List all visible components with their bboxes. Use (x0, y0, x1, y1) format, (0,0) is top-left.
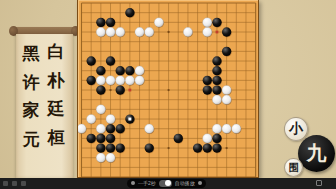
white-stone (96, 76, 105, 85)
black-stone (106, 18, 115, 27)
white-stone (96, 105, 105, 114)
player-char: 元 (23, 126, 40, 155)
black-stone (203, 76, 212, 85)
black-stone (116, 143, 125, 152)
player-char: 黑 (23, 40, 40, 69)
white-stone (145, 27, 154, 36)
black-stone (96, 134, 105, 143)
black-stone (212, 85, 221, 94)
black-stone (87, 76, 96, 85)
logo-char-xiao: 小 (289, 120, 303, 138)
speed-label: 一手2秒 (138, 180, 156, 186)
white-stone (87, 114, 96, 123)
black-stone (203, 143, 212, 152)
black-stone (145, 143, 154, 152)
player-char: 廷 (48, 95, 65, 124)
logo-char-nine: 九 (307, 140, 327, 167)
last-move-marker (128, 118, 131, 121)
logo-char-wei: 围 (289, 161, 299, 175)
black-stone (212, 66, 221, 75)
black-stone (212, 18, 221, 27)
player-char: 桓 (48, 124, 65, 153)
black-stone (222, 27, 231, 36)
black-stone (96, 85, 105, 94)
black-stone (116, 85, 125, 94)
white-stone (222, 95, 231, 104)
app-window: 白朴廷桓 黑许家元 九 小 围 一手2秒 (0, 0, 336, 189)
white-stone (106, 114, 115, 123)
menu-icon[interactable] (3, 181, 8, 186)
white-stone (125, 76, 134, 85)
autoplay-toggle[interactable] (159, 180, 172, 187)
black-stone (96, 18, 105, 27)
player-char: 白 (48, 38, 65, 67)
white-stone (96, 153, 105, 162)
black-stone (193, 143, 202, 152)
white-stone (203, 134, 212, 143)
white-stone (203, 18, 212, 27)
player-char: 家 (23, 97, 40, 126)
go-board[interactable] (77, 0, 259, 178)
toolbar-left-icons[interactable] (3, 181, 26, 186)
black-stone (106, 56, 115, 65)
white-stone (116, 27, 125, 36)
white-stone (145, 124, 154, 133)
black-stone (203, 85, 212, 94)
black-stone (116, 124, 125, 133)
fullscreen-icon[interactable] (316, 180, 322, 186)
black-stone (116, 66, 125, 75)
black-stone (106, 124, 115, 133)
logo-white-stone-bottom: 围 (284, 158, 303, 177)
logo-white-stone-top: 小 (284, 117, 308, 141)
white-stone (135, 27, 144, 36)
white-stone (106, 153, 115, 162)
black-stone (125, 66, 134, 75)
black-stone (106, 134, 115, 143)
white-stone (96, 27, 105, 36)
white-stone (135, 76, 144, 85)
autoplay-label: 自动播放 (175, 180, 195, 186)
black-stone (174, 134, 183, 143)
go-board-svg[interactable] (78, 0, 258, 177)
white-stone (78, 124, 86, 133)
player-scroll: 白朴廷桓 黑许家元 (12, 27, 77, 185)
white-stone (154, 18, 163, 27)
red-marker (128, 89, 131, 92)
black-stone (212, 76, 221, 85)
list-icon[interactable] (12, 181, 17, 186)
player-char: 许 (23, 69, 40, 98)
white-stone (106, 76, 115, 85)
black-stone (212, 143, 221, 152)
white-stone (183, 27, 192, 36)
black-stone (106, 143, 115, 152)
white-stone (135, 66, 144, 75)
black-stone (125, 8, 134, 17)
white-stone (96, 124, 105, 133)
next-move-button[interactable] (198, 181, 202, 185)
white-stone (203, 27, 212, 36)
toggle-knob[interactable] (165, 180, 171, 186)
white-stone (212, 95, 221, 104)
white-player-column: 白朴廷桓 (46, 38, 66, 152)
red-marker (216, 31, 219, 34)
playback-pill[interactable]: 一手2秒 自动播放 (127, 179, 206, 188)
white-stone (222, 85, 231, 94)
prev-move-button[interactable] (131, 181, 135, 185)
black-stone (212, 134, 221, 143)
black-stone (212, 56, 221, 65)
black-stone (96, 143, 105, 152)
black-stone (87, 56, 96, 65)
black-stone (96, 66, 105, 75)
logo-black-stone: 九 (298, 135, 335, 172)
black-player-column: 黑许家元 (21, 40, 41, 154)
white-stone (212, 124, 221, 133)
bottom-toolbar: 一手2秒 自动播放 (0, 178, 336, 189)
white-stone (116, 76, 125, 85)
black-stone (222, 47, 231, 56)
clock-icon (21, 181, 26, 186)
white-stone (232, 124, 241, 133)
player-char: 朴 (48, 67, 65, 96)
white-stone (222, 124, 231, 133)
black-stone (87, 134, 96, 143)
white-stone (106, 27, 115, 36)
